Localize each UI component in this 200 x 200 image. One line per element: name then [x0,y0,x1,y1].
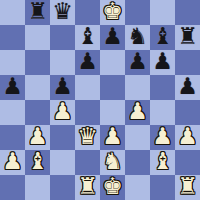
piece-white-knight[interactable]: ♞ [102,149,123,174]
square-h5[interactable]: ♟ [175,75,200,100]
square-b2[interactable]: ♝ [25,150,50,175]
square-e7[interactable]: ♟ [100,25,125,50]
square-c5[interactable]: ♟ [50,75,75,100]
square-f2[interactable] [125,150,150,175]
square-d6[interactable]: ♟ [75,50,100,75]
square-e8[interactable]: ♚ [100,0,125,25]
piece-black-pawn[interactable]: ♟ [152,49,173,74]
square-f5[interactable] [125,75,150,100]
piece-white-bishop[interactable]: ♝ [152,149,173,174]
piece-black-pawn[interactable]: ♟ [127,49,148,74]
square-c1[interactable] [50,175,75,200]
square-g2[interactable]: ♝ [150,150,175,175]
square-g1[interactable] [150,175,175,200]
square-d2[interactable] [75,150,100,175]
piece-black-pawn[interactable]: ♟ [77,49,98,74]
square-b4[interactable] [25,100,50,125]
piece-black-pawn[interactable]: ♟ [177,74,198,99]
square-e2[interactable]: ♞ [100,150,125,175]
piece-white-pawn[interactable]: ♟ [127,99,148,124]
square-f8[interactable] [125,0,150,25]
square-f4[interactable]: ♟ [125,100,150,125]
square-d5[interactable] [75,75,100,100]
square-g5[interactable] [150,75,175,100]
square-c6[interactable] [50,50,75,75]
piece-black-pawn[interactable]: ♟ [52,74,73,99]
chess-board-container: ♜♛♚♝♟♞♝♜♟♟♟♟♟♟♟♟♟♛♟♟♟♟♝♞♝♜♚♜ [0,0,200,200]
square-d4[interactable] [75,100,100,125]
square-e3[interactable]: ♟ [100,125,125,150]
square-a5[interactable]: ♟ [0,75,25,100]
square-a4[interactable] [0,100,25,125]
square-e5[interactable] [100,75,125,100]
piece-white-pawn[interactable]: ♟ [177,124,198,149]
square-b8[interactable]: ♜ [25,0,50,25]
square-h8[interactable] [175,0,200,25]
square-e4[interactable] [100,100,125,125]
square-c8[interactable]: ♛ [50,0,75,25]
square-b6[interactable] [25,50,50,75]
square-h1[interactable]: ♜ [175,175,200,200]
square-h2[interactable] [175,150,200,175]
square-g6[interactable]: ♟ [150,50,175,75]
square-c4[interactable]: ♟ [50,100,75,125]
square-d1[interactable]: ♜ [75,175,100,200]
square-f7[interactable]: ♞ [125,25,150,50]
square-h6[interactable] [175,50,200,75]
piece-white-rook[interactable]: ♜ [77,174,98,199]
piece-white-king[interactable]: ♚ [102,0,123,24]
square-g4[interactable] [150,100,175,125]
piece-black-bishop[interactable]: ♝ [152,24,173,49]
square-g3[interactable]: ♟ [150,125,175,150]
square-h7[interactable]: ♜ [175,25,200,50]
piece-black-rook[interactable]: ♜ [27,0,48,24]
piece-black-rook[interactable]: ♜ [177,24,198,49]
piece-white-rook[interactable]: ♜ [177,174,198,199]
piece-white-bishop[interactable]: ♝ [27,149,48,174]
square-e6[interactable] [100,50,125,75]
square-h3[interactable]: ♟ [175,125,200,150]
square-f3[interactable] [125,125,150,150]
piece-white-king[interactable]: ♚ [102,174,123,199]
square-d8[interactable] [75,0,100,25]
square-f1[interactable] [125,175,150,200]
square-a6[interactable] [0,50,25,75]
square-b7[interactable] [25,25,50,50]
piece-black-pawn[interactable]: ♟ [2,74,23,99]
square-a7[interactable] [0,25,25,50]
square-e1[interactable]: ♚ [100,175,125,200]
square-a1[interactable] [0,175,25,200]
square-f6[interactable]: ♟ [125,50,150,75]
square-a8[interactable] [0,0,25,25]
square-g7[interactable]: ♝ [150,25,175,50]
square-h4[interactable] [175,100,200,125]
piece-black-pawn[interactable]: ♟ [102,24,123,49]
piece-white-pawn[interactable]: ♟ [27,124,48,149]
square-d7[interactable]: ♝ [75,25,100,50]
piece-white-pawn[interactable]: ♟ [52,99,73,124]
piece-black-knight[interactable]: ♞ [127,24,148,49]
square-c7[interactable] [50,25,75,50]
square-b5[interactable] [25,75,50,100]
piece-black-queen[interactable]: ♛ [52,0,73,24]
square-c2[interactable] [50,150,75,175]
square-a3[interactable] [0,125,25,150]
square-b1[interactable] [25,175,50,200]
square-b3[interactable]: ♟ [25,125,50,150]
piece-white-queen[interactable]: ♛ [77,124,98,149]
square-a2[interactable]: ♟ [0,150,25,175]
square-c3[interactable] [50,125,75,150]
square-g8[interactable] [150,0,175,25]
piece-white-pawn[interactable]: ♟ [152,124,173,149]
chess-board: ♜♛♚♝♟♞♝♜♟♟♟♟♟♟♟♟♟♛♟♟♟♟♝♞♝♜♚♜ [0,0,200,200]
square-d3[interactable]: ♛ [75,125,100,150]
piece-black-bishop[interactable]: ♝ [77,24,98,49]
piece-white-pawn[interactable]: ♟ [2,149,23,174]
piece-white-pawn[interactable]: ♟ [102,124,123,149]
